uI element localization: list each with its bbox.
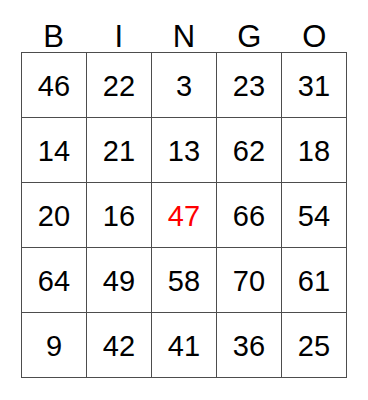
- bingo-cell-B-row4[interactable]: 64: [21, 247, 86, 312]
- bingo-cell-I-row5[interactable]: 42: [86, 312, 151, 377]
- bingo-cell-B-row2[interactable]: 14: [21, 117, 86, 182]
- bingo-cell-I-row3[interactable]: 16: [86, 182, 151, 247]
- header-letter-b: B: [21, 8, 86, 52]
- header-letter-g: G: [217, 8, 282, 52]
- bingo-cell-O-row3[interactable]: 54: [281, 182, 346, 247]
- bingo-cell-G-row4[interactable]: 70: [216, 247, 281, 312]
- bingo-cell-O-row1[interactable]: 31: [281, 52, 346, 117]
- bingo-cell-B-row3[interactable]: 20: [21, 182, 86, 247]
- header-letter-o: O: [282, 8, 347, 52]
- bingo-cell-I-row4[interactable]: 49: [86, 247, 151, 312]
- bingo-cell-G-row2[interactable]: 62: [216, 117, 281, 182]
- bingo-cell-B-row5[interactable]: 9: [21, 312, 86, 377]
- bingo-cell-N-row2[interactable]: 13: [151, 117, 216, 182]
- bingo-cell-G-row5[interactable]: 36: [216, 312, 281, 377]
- bingo-cell-N-row5[interactable]: 41: [151, 312, 216, 377]
- bingo-cell-N-row3[interactable]: 47: [151, 182, 216, 247]
- bingo-cell-G-row3[interactable]: 66: [216, 182, 281, 247]
- bingo-cell-O-row4[interactable]: 61: [281, 247, 346, 312]
- header-letter-n: N: [151, 8, 216, 52]
- bingo-cell-N-row4[interactable]: 58: [151, 247, 216, 312]
- bingo-grid: 4622323311421136218201647665464495870619…: [21, 52, 347, 378]
- header-letter-i: I: [86, 8, 151, 52]
- bingo-cell-O-row2[interactable]: 18: [281, 117, 346, 182]
- bingo-cell-B-row1[interactable]: 46: [21, 52, 86, 117]
- bingo-cell-I-row1[interactable]: 22: [86, 52, 151, 117]
- bingo-cell-G-row1[interactable]: 23: [216, 52, 281, 117]
- bingo-cell-O-row5[interactable]: 25: [281, 312, 346, 377]
- bingo-header: B I N G O: [21, 8, 347, 52]
- bingo-card: B I N G O 462232331142113621820164766546…: [0, 0, 368, 400]
- bingo-cell-I-row2[interactable]: 21: [86, 117, 151, 182]
- bingo-cell-N-row1[interactable]: 3: [151, 52, 216, 117]
